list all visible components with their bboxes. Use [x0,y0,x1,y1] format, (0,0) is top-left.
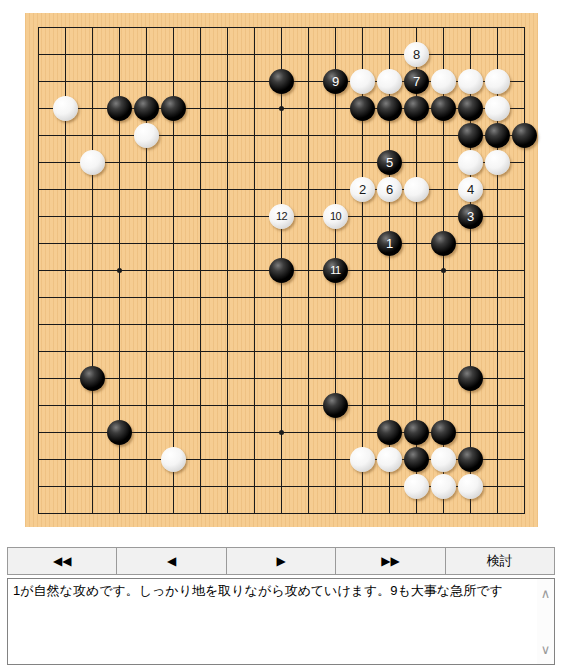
move-number: 10 [330,210,341,223]
black-stone-c4r16 [107,420,132,445]
intersection-c10r16 [268,419,295,446]
intersection-c18r14 [484,365,511,392]
intersection-c9r13 [241,338,268,365]
white-stone-c13r17 [350,447,375,472]
intersection-c19r17 [511,446,538,473]
intersection-c17r5 [457,122,484,149]
intersection-c1r7 [25,176,52,203]
intersection-c3r10 [79,257,106,284]
intersection-c10r15 [268,392,295,419]
intersection-c7r10 [187,257,214,284]
black-stone-c4r4 [107,96,132,121]
intersection-c9r19 [241,500,268,527]
intersection-c14r14 [376,365,403,392]
intersection-c15r17 [403,446,430,473]
intersection-c10r4 [268,95,295,122]
intersection-c9r9 [241,230,268,257]
intersection-c16r19 [430,500,457,527]
intersection-c1r17 [25,446,52,473]
backward-button[interactable]: ◀ [116,548,225,574]
intersection-c2r7 [52,176,79,203]
intersection-c14r7: 6 [376,176,403,203]
intersection-c13r6 [349,149,376,176]
intersection-c10r13 [268,338,295,365]
intersection-c1r9 [25,230,52,257]
intersection-c1r14 [25,365,52,392]
intersection-c10r12 [268,311,295,338]
black-stone-c15r17 [404,447,429,472]
intersection-c17r7: 4 [457,176,484,203]
white-stone-c18r4 [485,96,510,121]
intersection-c5r18 [133,473,160,500]
intersection-c4r12 [106,311,133,338]
intersection-c13r15 [349,392,376,419]
intersection-c18r18 [484,473,511,500]
intersection-c5r12 [133,311,160,338]
intersection-c4r10 [106,257,133,284]
intersection-c8r9 [214,230,241,257]
intersection-c8r10 [214,257,241,284]
intersection-c7r18 [187,473,214,500]
intersection-c13r16 [349,419,376,446]
forward-button[interactable]: ▶ [226,548,335,574]
intersection-c18r4 [484,95,511,122]
intersection-c18r11 [484,284,511,311]
intersection-c1r18 [25,473,52,500]
intersection-c12r5 [322,122,349,149]
intersection-c7r12 [187,311,214,338]
intersection-c8r11 [214,284,241,311]
intersection-c18r7 [484,176,511,203]
intersection-c2r17 [52,446,79,473]
white-stone-c16r18 [431,474,456,499]
intersection-c11r15 [295,392,322,419]
intersection-c3r5 [79,122,106,149]
intersection-c13r19 [349,500,376,527]
review-button-label: 検討 [487,552,513,570]
intersection-c17r6 [457,149,484,176]
intersection-c5r1 [133,14,160,41]
intersection-c4r11 [106,284,133,311]
intersection-c4r5 [106,122,133,149]
intersection-c19r2 [511,41,538,68]
intersection-c3r4 [79,95,106,122]
intersection-c9r18 [241,473,268,500]
intersection-c14r17 [376,446,403,473]
intersection-c11r7 [295,176,322,203]
intersection-c2r8 [52,203,79,230]
intersection-c8r1 [214,14,241,41]
intersection-c17r1 [457,14,484,41]
intersection-c9r6 [241,149,268,176]
move-number: 2 [359,183,366,196]
intersection-c5r15 [133,392,160,419]
intersection-c11r3 [295,68,322,95]
move-number: 12 [276,210,287,223]
intersection-c13r13 [349,338,376,365]
intersection-c18r5 [484,122,511,149]
black-stone-c10r3 [269,69,294,94]
intersection-c19r6 [511,149,538,176]
intersection-c15r8 [403,203,430,230]
intersection-c12r12 [322,311,349,338]
intersection-c13r8 [349,203,376,230]
black-stone-c12r3: 9 [323,69,348,94]
intersection-c1r4 [25,95,52,122]
comment-scrollbar[interactable]: ∧ ∨ [537,579,554,664]
intersection-c11r6 [295,149,322,176]
intersection-c19r18 [511,473,538,500]
black-stone-c14r6: 5 [377,150,402,175]
intersection-c11r12 [295,311,322,338]
white-stone-c17r3 [458,69,483,94]
intersection-c6r14 [160,365,187,392]
intersection-c2r14 [52,365,79,392]
intersection-c3r1 [79,14,106,41]
intersection-c15r15 [403,392,430,419]
intersection-c3r6 [79,149,106,176]
star-point [441,268,446,273]
intersection-c10r8: 12 [268,203,295,230]
intersection-c2r3 [52,68,79,95]
intersection-c9r12 [241,311,268,338]
intersection-c19r16 [511,419,538,446]
intersection-c14r2 [376,41,403,68]
intersection-c12r15 [322,392,349,419]
intersection-c19r4 [511,95,538,122]
intersection-c15r14 [403,365,430,392]
intersection-c16r4 [430,95,457,122]
white-stone-c18r6 [485,150,510,175]
intersection-c1r11 [25,284,52,311]
intersection-c13r5 [349,122,376,149]
intersection-c8r5 [214,122,241,149]
intersection-c11r13 [295,338,322,365]
intersection-c8r12 [214,311,241,338]
black-stone-c19r5 [512,123,537,148]
intersection-c15r16 [403,419,430,446]
intersection-c1r16 [25,419,52,446]
intersection-c18r12 [484,311,511,338]
intersection-c8r8 [214,203,241,230]
intersection-c17r15 [457,392,484,419]
intersection-c2r2 [52,41,79,68]
intersection-c12r17 [322,446,349,473]
black-stone-c14r16 [377,420,402,445]
intersection-c7r8 [187,203,214,230]
intersection-c4r3 [106,68,133,95]
intersection-c11r2 [295,41,322,68]
intersection-c13r11 [349,284,376,311]
intersection-c9r7 [241,176,268,203]
move-number: 9 [332,75,339,88]
go-board-grid: 897526412103111 [25,14,538,527]
intersection-c7r15 [187,392,214,419]
intersection-c12r4 [322,95,349,122]
intersection-c9r1 [241,14,268,41]
intersection-c3r18 [79,473,106,500]
intersection-c8r14 [214,365,241,392]
intersection-c1r19 [25,500,52,527]
black-stone-c17r8: 3 [458,204,483,229]
intersection-c5r5 [133,122,160,149]
black-stone-c17r4 [458,96,483,121]
intersection-c9r5 [241,122,268,149]
star-point [279,106,284,111]
move-number: 7 [413,75,420,88]
black-stone-c12r15 [323,393,348,418]
intersection-c16r11 [430,284,457,311]
intersection-c17r4 [457,95,484,122]
intersection-c12r7 [322,176,349,203]
intersection-c8r18 [214,473,241,500]
intersection-c6r7 [160,176,187,203]
intersection-c6r3 [160,68,187,95]
intersection-c9r2 [241,41,268,68]
intersection-c1r13 [25,338,52,365]
star-point [279,430,284,435]
intersection-c15r18 [403,473,430,500]
fast-backward-icon: ◀◀ [53,554,71,568]
intersection-c9r15 [241,392,268,419]
intersection-c9r14 [241,365,268,392]
intersection-c17r3 [457,68,484,95]
intersection-c15r7 [403,176,430,203]
intersection-c12r18 [322,473,349,500]
intersection-c14r4 [376,95,403,122]
intersection-c15r1 [403,14,430,41]
intersection-c15r2: 8 [403,41,430,68]
intersection-c15r13 [403,338,430,365]
intersection-c5r6 [133,149,160,176]
intersection-c4r18 [106,473,133,500]
intersection-c6r18 [160,473,187,500]
intersection-c11r8 [295,203,322,230]
scroll-down-icon[interactable]: ∨ [537,643,554,656]
white-stone-c17r6 [458,150,483,175]
intersection-c15r3: 7 [403,68,430,95]
intersection-c1r8 [25,203,52,230]
intersection-c6r5 [160,122,187,149]
intersection-c5r7 [133,176,160,203]
intersection-c14r6: 5 [376,149,403,176]
intersection-c18r9 [484,230,511,257]
intersection-c17r17 [457,446,484,473]
intersection-c17r2 [457,41,484,68]
black-stone-c10r10 [269,258,294,283]
black-stone-c14r4 [377,96,402,121]
intersection-c12r10: 11 [322,257,349,284]
intersection-c1r12 [25,311,52,338]
star-point [117,268,122,273]
comment-box[interactable]: 1が自然な攻めです。しっかり地を取りながら攻めていけます。9も大事な急所です ∧… [7,578,555,665]
intersection-c19r12 [511,311,538,338]
forward-icon: ▶ [276,554,285,568]
intersection-c14r12 [376,311,403,338]
intersection-c6r9 [160,230,187,257]
intersection-c10r18 [268,473,295,500]
intersection-c8r17 [214,446,241,473]
go-board[interactable]: 897526412103111 [25,13,538,527]
intersection-c6r10 [160,257,187,284]
intersection-c4r19 [106,500,133,527]
intersection-c17r18 [457,473,484,500]
intersection-c1r3 [25,68,52,95]
intersection-c13r9 [349,230,376,257]
intersection-c10r19 [268,500,295,527]
intersection-c10r10 [268,257,295,284]
black-stone-c14r9: 1 [377,231,402,256]
intersection-c5r4 [133,95,160,122]
fast-forward-button[interactable]: ▶▶ [335,548,444,574]
intersection-c12r3: 9 [322,68,349,95]
intersection-c9r10 [241,257,268,284]
intersection-c10r14 [268,365,295,392]
intersection-c15r4 [403,95,430,122]
intersection-c11r4 [295,95,322,122]
intersection-c10r9 [268,230,295,257]
intersection-c12r6 [322,149,349,176]
black-stone-c17r17 [458,447,483,472]
intersection-c6r6 [160,149,187,176]
intersection-c1r2 [25,41,52,68]
intersection-c7r7 [187,176,214,203]
intersection-c4r16 [106,419,133,446]
intersection-c16r13 [430,338,457,365]
intersection-c4r9 [106,230,133,257]
move-number: 1 [386,237,393,250]
intersection-c9r3 [241,68,268,95]
intersection-c3r15 [79,392,106,419]
intersection-c14r13 [376,338,403,365]
intersection-c11r11 [295,284,322,311]
intersection-c12r19 [322,500,349,527]
black-stone-c3r14 [80,366,105,391]
white-stone-c17r18 [458,474,483,499]
white-stone-c13r7: 2 [350,177,375,202]
intersection-c5r19 [133,500,160,527]
intersection-c6r19 [160,500,187,527]
black-stone-c17r14 [458,366,483,391]
white-stone-c6r17 [161,447,186,472]
move-number: 8 [413,48,420,61]
intersection-c19r13 [511,338,538,365]
intersection-c5r2 [133,41,160,68]
intersection-c11r19 [295,500,322,527]
intersection-c16r14 [430,365,457,392]
intersection-c18r10 [484,257,511,284]
intersection-c14r9: 1 [376,230,403,257]
intersection-c6r16 [160,419,187,446]
intersection-c6r4 [160,95,187,122]
intersection-c17r8: 3 [457,203,484,230]
intersection-c7r6 [187,149,214,176]
intersection-c15r19 [403,500,430,527]
intersection-c2r15 [52,392,79,419]
intersection-c14r15 [376,392,403,419]
intersection-c19r7 [511,176,538,203]
intersection-c13r17 [349,446,376,473]
review-button[interactable]: 検討 [445,548,554,574]
intersection-c12r1 [322,14,349,41]
intersection-c12r11 [322,284,349,311]
intersection-c19r5 [511,122,538,149]
black-stone-c5r4 [134,96,159,121]
intersection-c16r6 [430,149,457,176]
intersection-c8r7 [214,176,241,203]
intersection-c12r14 [322,365,349,392]
white-stone-c10r8: 12 [269,204,294,229]
move-number: 6 [386,183,393,196]
black-stone-c16r16 [431,420,456,445]
intersection-c8r19 [214,500,241,527]
intersection-c18r15 [484,392,511,419]
intersection-c16r10 [430,257,457,284]
intersection-c8r4 [214,95,241,122]
intersection-c13r18 [349,473,376,500]
intersection-c18r19 [484,500,511,527]
intersection-c4r1 [106,14,133,41]
intersection-c14r5 [376,122,403,149]
intersection-c4r14 [106,365,133,392]
intersection-c14r3 [376,68,403,95]
intersection-c18r17 [484,446,511,473]
intersection-c16r8 [430,203,457,230]
intersection-c13r3 [349,68,376,95]
intersection-c2r6 [52,149,79,176]
white-stone-c14r17 [377,447,402,472]
intersection-c8r13 [214,338,241,365]
black-stone-c6r4 [161,96,186,121]
intersection-c15r10 [403,257,430,284]
intersection-c3r12 [79,311,106,338]
white-stone-c17r7: 4 [458,177,483,202]
intersection-c3r11 [79,284,106,311]
intersection-c15r5 [403,122,430,149]
intersection-c18r16 [484,419,511,446]
intersection-c18r6 [484,149,511,176]
intersection-c10r11 [268,284,295,311]
intersection-c4r2 [106,41,133,68]
intersection-c12r8: 10 [322,203,349,230]
intersection-c5r17 [133,446,160,473]
intersection-c16r15 [430,392,457,419]
intersection-c16r18 [430,473,457,500]
comment-text: 1が自然な攻めです。しっかり地を取りながら攻めていけます。9も大事な急所です [8,579,534,664]
intersection-c4r6 [106,149,133,176]
intersection-c3r17 [79,446,106,473]
white-stone-c14r3 [377,69,402,94]
intersection-c19r1 [511,14,538,41]
intersection-c5r13 [133,338,160,365]
fast-backward-button[interactable]: ◀◀ [8,548,116,574]
white-stone-c13r3 [350,69,375,94]
intersection-c3r2 [79,41,106,68]
intersection-c3r8 [79,203,106,230]
intersection-c16r16 [430,419,457,446]
intersection-c3r7 [79,176,106,203]
intersection-c14r8 [376,203,403,230]
scroll-up-icon[interactable]: ∧ [537,587,554,600]
intersection-c9r8 [241,203,268,230]
intersection-c2r4 [52,95,79,122]
black-stone-c15r4 [404,96,429,121]
intersection-c16r7 [430,176,457,203]
intersection-c8r15 [214,392,241,419]
kifu-toolbar: ◀◀ ◀ ▶ ▶▶ 検討 [7,547,555,575]
intersection-c13r1 [349,14,376,41]
intersection-c17r19 [457,500,484,527]
